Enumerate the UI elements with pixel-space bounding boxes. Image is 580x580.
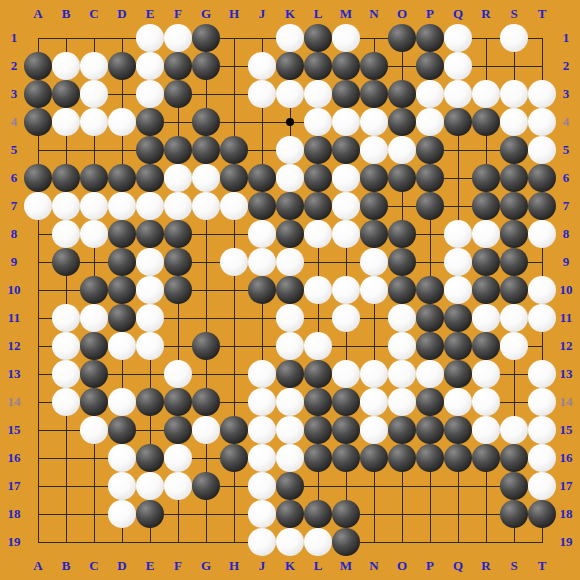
stone-white[interactable] xyxy=(108,108,136,136)
column-label-bottom: B xyxy=(54,558,78,574)
stone-white[interactable] xyxy=(444,276,472,304)
stone-black[interactable] xyxy=(360,52,388,80)
stone-black[interactable] xyxy=(136,108,164,136)
stone-white[interactable] xyxy=(136,472,164,500)
stone-white[interactable] xyxy=(52,192,80,220)
stone-black[interactable] xyxy=(416,52,444,80)
stone-white[interactable] xyxy=(528,360,556,388)
stone-black[interactable] xyxy=(500,136,528,164)
stone-white[interactable] xyxy=(192,164,220,192)
stone-black[interactable] xyxy=(444,304,472,332)
stone-black[interactable] xyxy=(472,332,500,360)
stone-white[interactable] xyxy=(528,388,556,416)
column-label-bottom: S xyxy=(502,558,526,574)
column-label-bottom: C xyxy=(82,558,106,574)
stone-black[interactable] xyxy=(192,472,220,500)
stone-black[interactable] xyxy=(164,276,192,304)
stone-white[interactable] xyxy=(528,108,556,136)
stone-white[interactable] xyxy=(52,360,80,388)
column-label-bottom: O xyxy=(390,558,414,574)
stone-black[interactable] xyxy=(80,332,108,360)
stone-white[interactable] xyxy=(360,136,388,164)
stone-black[interactable] xyxy=(528,192,556,220)
stone-white[interactable] xyxy=(248,360,276,388)
stone-black[interactable] xyxy=(276,52,304,80)
stone-white[interactable] xyxy=(164,360,192,388)
stone-black[interactable] xyxy=(248,276,276,304)
stone-black[interactable] xyxy=(108,164,136,192)
stone-black[interactable] xyxy=(276,276,304,304)
stone-black[interactable] xyxy=(416,164,444,192)
column-label-bottom: Q xyxy=(446,558,470,574)
stone-black[interactable] xyxy=(80,360,108,388)
stone-white[interactable] xyxy=(528,220,556,248)
row-label-right: 19 xyxy=(554,534,578,550)
row-label-right: 10 xyxy=(554,282,578,298)
stone-white[interactable] xyxy=(276,136,304,164)
stone-white[interactable] xyxy=(136,80,164,108)
stone-white[interactable] xyxy=(500,304,528,332)
stone-white[interactable] xyxy=(248,80,276,108)
row-label-left: 7 xyxy=(2,198,26,214)
stone-black[interactable] xyxy=(24,80,52,108)
stone-white[interactable] xyxy=(164,164,192,192)
stone-black[interactable] xyxy=(108,220,136,248)
stone-black[interactable] xyxy=(360,444,388,472)
stone-black[interactable] xyxy=(416,416,444,444)
stone-white[interactable] xyxy=(136,304,164,332)
row-label-right: 6 xyxy=(554,170,578,186)
column-label-top: Q xyxy=(446,6,470,22)
stone-black[interactable] xyxy=(192,24,220,52)
stone-black[interactable] xyxy=(136,444,164,472)
stone-black[interactable] xyxy=(472,108,500,136)
stone-black[interactable] xyxy=(108,248,136,276)
stone-black[interactable] xyxy=(24,108,52,136)
row-label-right: 14 xyxy=(554,394,578,410)
stone-black[interactable] xyxy=(220,136,248,164)
stone-black[interactable] xyxy=(276,220,304,248)
column-label-bottom: H xyxy=(222,558,246,574)
stone-black[interactable] xyxy=(52,80,80,108)
row-label-right: 9 xyxy=(554,254,578,270)
stone-black[interactable] xyxy=(416,304,444,332)
stone-black[interactable] xyxy=(388,24,416,52)
stone-black[interactable] xyxy=(136,220,164,248)
stone-black[interactable] xyxy=(500,220,528,248)
stone-white[interactable] xyxy=(52,52,80,80)
stone-white[interactable] xyxy=(332,304,360,332)
stone-white[interactable] xyxy=(108,192,136,220)
stone-white[interactable] xyxy=(444,80,472,108)
stone-black[interactable] xyxy=(472,276,500,304)
column-label-top: E xyxy=(138,6,162,22)
stone-black[interactable] xyxy=(192,332,220,360)
row-label-left: 11 xyxy=(2,310,26,326)
stone-black[interactable] xyxy=(164,136,192,164)
stone-white[interactable] xyxy=(444,220,472,248)
stone-white[interactable] xyxy=(304,108,332,136)
stone-white[interactable] xyxy=(332,164,360,192)
stone-black[interactable] xyxy=(192,136,220,164)
stone-white[interactable] xyxy=(500,24,528,52)
stone-black[interactable] xyxy=(136,136,164,164)
stone-black[interactable] xyxy=(192,52,220,80)
stone-black[interactable] xyxy=(52,248,80,276)
stone-black[interactable] xyxy=(332,388,360,416)
stone-white[interactable] xyxy=(80,416,108,444)
stone-black[interactable] xyxy=(472,248,500,276)
row-label-left: 13 xyxy=(2,366,26,382)
stone-black[interactable] xyxy=(388,164,416,192)
stone-white[interactable] xyxy=(528,80,556,108)
row-label-left: 18 xyxy=(2,506,26,522)
stone-white[interactable] xyxy=(360,360,388,388)
stone-black[interactable] xyxy=(332,528,360,556)
stone-white[interactable] xyxy=(248,52,276,80)
column-label-top: B xyxy=(54,6,78,22)
stone-white[interactable] xyxy=(276,80,304,108)
stone-white[interactable] xyxy=(360,276,388,304)
column-label-top: P xyxy=(418,6,442,22)
stone-white[interactable] xyxy=(500,80,528,108)
stone-white[interactable] xyxy=(248,444,276,472)
stone-white[interactable] xyxy=(220,248,248,276)
stone-white[interactable] xyxy=(108,332,136,360)
stone-black[interactable] xyxy=(164,416,192,444)
stone-white[interactable] xyxy=(248,220,276,248)
stone-white[interactable] xyxy=(80,52,108,80)
stone-white[interactable] xyxy=(444,388,472,416)
stone-white[interactable] xyxy=(276,444,304,472)
stone-white[interactable] xyxy=(444,52,472,80)
stone-black[interactable] xyxy=(500,248,528,276)
stone-white[interactable] xyxy=(388,304,416,332)
column-label-top: C xyxy=(82,6,106,22)
stone-black[interactable] xyxy=(164,80,192,108)
column-label-top: T xyxy=(530,6,554,22)
stone-white[interactable] xyxy=(80,80,108,108)
stone-black[interactable] xyxy=(332,52,360,80)
stone-black[interactable] xyxy=(416,24,444,52)
stone-white[interactable] xyxy=(528,136,556,164)
stone-white[interactable] xyxy=(528,304,556,332)
stone-black[interactable] xyxy=(52,164,80,192)
stone-white[interactable] xyxy=(248,388,276,416)
stone-white[interactable] xyxy=(388,332,416,360)
stone-black[interactable] xyxy=(388,108,416,136)
stone-white[interactable] xyxy=(276,304,304,332)
stone-black[interactable] xyxy=(388,416,416,444)
stone-white[interactable] xyxy=(528,416,556,444)
stone-black[interactable] xyxy=(500,164,528,192)
row-label-right: 2 xyxy=(554,58,578,74)
stone-black[interactable] xyxy=(472,192,500,220)
stone-white[interactable] xyxy=(276,388,304,416)
stone-white[interactable] xyxy=(136,276,164,304)
stone-black[interactable] xyxy=(276,500,304,528)
stone-white[interactable] xyxy=(416,80,444,108)
stone-black[interactable] xyxy=(528,164,556,192)
stone-white[interactable] xyxy=(136,24,164,52)
row-label-left: 17 xyxy=(2,478,26,494)
row-label-left: 10 xyxy=(2,282,26,298)
stone-white[interactable] xyxy=(276,164,304,192)
column-label-top: A xyxy=(26,6,50,22)
stone-black[interactable] xyxy=(136,500,164,528)
stone-white[interactable] xyxy=(108,388,136,416)
column-label-bottom: N xyxy=(362,558,386,574)
stone-white[interactable] xyxy=(108,444,136,472)
stone-black[interactable] xyxy=(164,388,192,416)
stone-white[interactable] xyxy=(332,24,360,52)
stone-white[interactable] xyxy=(360,108,388,136)
stone-black[interactable] xyxy=(304,360,332,388)
row-label-left: 5 xyxy=(2,142,26,158)
row-label-right: 18 xyxy=(554,506,578,522)
column-label-top: F xyxy=(166,6,190,22)
row-label-left: 1 xyxy=(2,30,26,46)
stone-black[interactable] xyxy=(416,388,444,416)
stone-white[interactable] xyxy=(528,472,556,500)
stone-black[interactable] xyxy=(500,500,528,528)
stone-white[interactable] xyxy=(304,528,332,556)
stone-white[interactable] xyxy=(248,472,276,500)
stone-white[interactable] xyxy=(472,388,500,416)
column-label-top: J xyxy=(250,6,274,22)
stone-black[interactable] xyxy=(388,220,416,248)
stone-black[interactable] xyxy=(332,444,360,472)
stone-white[interactable] xyxy=(136,192,164,220)
stone-black[interactable] xyxy=(276,192,304,220)
stone-white[interactable] xyxy=(416,108,444,136)
stone-black[interactable] xyxy=(444,332,472,360)
stone-white[interactable] xyxy=(164,444,192,472)
stone-white[interactable] xyxy=(164,472,192,500)
stone-black[interactable] xyxy=(80,164,108,192)
stone-white[interactable] xyxy=(220,192,248,220)
stone-white[interactable] xyxy=(304,80,332,108)
stone-white[interactable] xyxy=(276,24,304,52)
row-label-left: 8 xyxy=(2,226,26,242)
stone-black[interactable] xyxy=(472,164,500,192)
stone-black[interactable] xyxy=(24,164,52,192)
column-label-top: H xyxy=(222,6,246,22)
stone-black[interactable] xyxy=(304,416,332,444)
stone-black[interactable] xyxy=(444,360,472,388)
stone-white[interactable] xyxy=(416,360,444,388)
stone-black[interactable] xyxy=(220,416,248,444)
stone-black[interactable] xyxy=(472,444,500,472)
column-label-bottom: L xyxy=(306,558,330,574)
stone-black[interactable] xyxy=(444,444,472,472)
stone-white[interactable] xyxy=(360,248,388,276)
row-label-right: 1 xyxy=(554,30,578,46)
stone-white[interactable] xyxy=(52,332,80,360)
stone-black[interactable] xyxy=(304,136,332,164)
stone-black[interactable] xyxy=(304,52,332,80)
stone-black[interactable] xyxy=(136,164,164,192)
stone-white[interactable] xyxy=(360,416,388,444)
stone-black[interactable] xyxy=(220,444,248,472)
stone-white[interactable] xyxy=(80,192,108,220)
stone-white[interactable] xyxy=(332,220,360,248)
stone-black[interactable] xyxy=(304,500,332,528)
stone-white[interactable] xyxy=(108,500,136,528)
stone-white[interactable] xyxy=(24,192,52,220)
stone-black[interactable] xyxy=(388,80,416,108)
stone-white[interactable] xyxy=(80,304,108,332)
stone-white[interactable] xyxy=(192,192,220,220)
stone-white[interactable] xyxy=(304,276,332,304)
stone-white[interactable] xyxy=(276,416,304,444)
stone-white[interactable] xyxy=(304,332,332,360)
stone-white[interactable] xyxy=(472,80,500,108)
stone-black[interactable] xyxy=(332,80,360,108)
stone-white[interactable] xyxy=(136,52,164,80)
stone-white[interactable] xyxy=(304,220,332,248)
stone-white[interactable] xyxy=(332,108,360,136)
stone-black[interactable] xyxy=(248,192,276,220)
column-label-bottom: T xyxy=(530,558,554,574)
stone-black[interactable] xyxy=(304,164,332,192)
stone-black[interactable] xyxy=(108,416,136,444)
stone-white[interactable] xyxy=(136,332,164,360)
column-label-bottom: F xyxy=(166,558,190,574)
stone-white[interactable] xyxy=(528,276,556,304)
stone-black[interactable] xyxy=(500,192,528,220)
stone-black[interactable] xyxy=(248,164,276,192)
stone-black[interactable] xyxy=(80,276,108,304)
stone-white[interactable] xyxy=(472,220,500,248)
stone-white[interactable] xyxy=(276,332,304,360)
column-label-top: K xyxy=(278,6,302,22)
stone-black[interactable] xyxy=(500,276,528,304)
stone-black[interactable] xyxy=(388,248,416,276)
stone-black[interactable] xyxy=(304,388,332,416)
stone-black[interactable] xyxy=(304,192,332,220)
stone-white[interactable] xyxy=(80,220,108,248)
stone-black[interactable] xyxy=(388,276,416,304)
stone-black[interactable] xyxy=(164,248,192,276)
stone-black[interactable] xyxy=(500,444,528,472)
stone-white[interactable] xyxy=(332,276,360,304)
stone-white[interactable] xyxy=(276,528,304,556)
stone-white[interactable] xyxy=(388,388,416,416)
stone-white[interactable] xyxy=(472,416,500,444)
stone-black[interactable] xyxy=(220,164,248,192)
stone-white[interactable] xyxy=(52,220,80,248)
stone-white[interactable] xyxy=(52,304,80,332)
row-label-right: 13 xyxy=(554,366,578,382)
stone-white[interactable] xyxy=(388,136,416,164)
stone-white[interactable] xyxy=(500,332,528,360)
stone-white[interactable] xyxy=(164,24,192,52)
column-label-bottom: E xyxy=(138,558,162,574)
stone-white[interactable] xyxy=(472,360,500,388)
stone-black[interactable] xyxy=(360,164,388,192)
row-label-right: 5 xyxy=(554,142,578,158)
stone-white[interactable] xyxy=(444,24,472,52)
stone-white[interactable] xyxy=(248,500,276,528)
stone-black[interactable] xyxy=(80,388,108,416)
stone-white[interactable] xyxy=(472,304,500,332)
stone-white[interactable] xyxy=(528,444,556,472)
row-label-right: 4 xyxy=(554,114,578,130)
stone-black[interactable] xyxy=(416,136,444,164)
column-label-bottom: G xyxy=(194,558,218,574)
stone-black[interactable] xyxy=(276,472,304,500)
stone-black[interactable] xyxy=(192,108,220,136)
stone-black[interactable] xyxy=(108,52,136,80)
column-label-bottom: K xyxy=(278,558,302,574)
stone-black[interactable] xyxy=(136,388,164,416)
stone-black[interactable] xyxy=(304,24,332,52)
stone-white[interactable] xyxy=(500,108,528,136)
stone-black[interactable] xyxy=(276,360,304,388)
stone-white[interactable] xyxy=(248,416,276,444)
stone-white[interactable] xyxy=(80,108,108,136)
stone-black[interactable] xyxy=(332,416,360,444)
row-label-left: 4 xyxy=(2,114,26,130)
stone-black[interactable] xyxy=(164,52,192,80)
stone-black[interactable] xyxy=(444,416,472,444)
stone-white[interactable] xyxy=(388,360,416,388)
stone-white[interactable] xyxy=(500,416,528,444)
stone-white[interactable] xyxy=(248,248,276,276)
stone-black[interactable] xyxy=(416,276,444,304)
stone-black[interactable] xyxy=(108,304,136,332)
stone-black[interactable] xyxy=(108,276,136,304)
stone-white[interactable] xyxy=(108,472,136,500)
stone-black[interactable] xyxy=(444,108,472,136)
stone-white[interactable] xyxy=(332,360,360,388)
stone-black[interactable] xyxy=(360,220,388,248)
stone-black[interactable] xyxy=(164,220,192,248)
stone-white[interactable] xyxy=(276,248,304,276)
stone-black[interactable] xyxy=(388,444,416,472)
stone-white[interactable] xyxy=(444,248,472,276)
row-label-right: 3 xyxy=(554,86,578,102)
stone-black[interactable] xyxy=(304,444,332,472)
stone-white[interactable] xyxy=(136,248,164,276)
stone-black[interactable] xyxy=(416,192,444,220)
stone-white[interactable] xyxy=(332,192,360,220)
stone-black[interactable] xyxy=(332,500,360,528)
column-label-top: N xyxy=(362,6,386,22)
stone-black[interactable] xyxy=(528,500,556,528)
stone-white[interactable] xyxy=(52,108,80,136)
row-label-left: 16 xyxy=(2,450,26,466)
stone-black[interactable] xyxy=(24,52,52,80)
column-label-top: G xyxy=(194,6,218,22)
stone-black[interactable] xyxy=(500,472,528,500)
stone-black[interactable] xyxy=(360,80,388,108)
stone-black[interactable] xyxy=(332,136,360,164)
stone-black[interactable] xyxy=(416,444,444,472)
stone-white[interactable] xyxy=(164,192,192,220)
stone-black[interactable] xyxy=(360,192,388,220)
stone-black[interactable] xyxy=(192,388,220,416)
column-label-top: M xyxy=(334,6,358,22)
column-label-bottom: P xyxy=(418,558,442,574)
stone-white[interactable] xyxy=(248,528,276,556)
go-board-screenshot: AABBCCDDEEFFGGHHJJKKLLMMNNOOPPQQRRSSTT11… xyxy=(0,0,580,580)
stone-white[interactable] xyxy=(192,416,220,444)
stone-black[interactable] xyxy=(416,332,444,360)
stone-white[interactable] xyxy=(360,388,388,416)
stone-white[interactable] xyxy=(52,388,80,416)
